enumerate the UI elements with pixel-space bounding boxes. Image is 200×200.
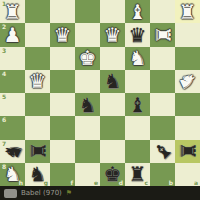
square-h7[interactable]: 7♞: [0, 140, 25, 163]
square-a7[interactable]: ♜: [175, 140, 200, 163]
square-f6[interactable]: [50, 116, 75, 139]
file-label-d: d: [119, 179, 123, 186]
square-c6[interactable]: [125, 116, 150, 139]
chess-board: 1♜♝♜2♟♛♛♛♜3♚♞4♛♞♞5♞♝67♞♜♝♜8h♞g♞fed♚c♜ba: [0, 0, 200, 186]
square-a8[interactable]: a: [175, 163, 200, 186]
square-c7[interactable]: [125, 140, 150, 163]
piece-wR-a1[interactable]: ♜: [179, 2, 197, 22]
square-h5[interactable]: 5: [0, 93, 25, 116]
piece-wQ-d2[interactable]: ♛: [104, 25, 122, 45]
square-d6[interactable]: [100, 116, 125, 139]
square-c2[interactable]: ♛: [125, 23, 150, 46]
square-b8[interactable]: b: [150, 163, 175, 186]
rank-label-2: 2: [2, 23, 6, 30]
square-b2[interactable]: ♜: [150, 23, 175, 46]
piece-wQ-f2[interactable]: ♛: [54, 25, 72, 45]
square-b5[interactable]: [150, 93, 175, 116]
square-e1[interactable]: [75, 0, 100, 23]
file-label-b: b: [169, 179, 173, 186]
piece-wN-c3[interactable]: ♞: [129, 48, 147, 68]
square-e5[interactable]: ♞: [75, 93, 100, 116]
square-e3[interactable]: ♚: [75, 47, 100, 70]
square-b6[interactable]: [150, 116, 175, 139]
square-f7[interactable]: [50, 140, 75, 163]
square-h8[interactable]: 8h♞: [0, 163, 25, 186]
square-h3[interactable]: 3: [0, 47, 25, 70]
piece-bN-h7[interactable]: ♞: [0, 139, 25, 164]
piece-bR-a7[interactable]: ♜: [178, 142, 198, 160]
square-a1[interactable]: ♜: [175, 0, 200, 23]
square-b1[interactable]: [150, 0, 175, 23]
file-label-h: h: [19, 179, 23, 186]
square-g2[interactable]: [25, 23, 50, 46]
square-f8[interactable]: f: [50, 163, 75, 186]
rank-label-1: 1: [2, 0, 6, 7]
file-label-e: e: [94, 179, 98, 186]
piece-wQ-g4[interactable]: ♛: [29, 71, 47, 91]
piece-bB-c5[interactable]: ♝: [129, 95, 147, 115]
piece-bN-e5[interactable]: ♞: [79, 95, 97, 115]
square-f3[interactable]: [50, 47, 75, 70]
file-label-c: c: [144, 179, 148, 186]
square-h4[interactable]: 4: [0, 70, 25, 93]
file-label-g: g: [44, 179, 48, 186]
square-h1[interactable]: 1♜: [0, 0, 25, 23]
square-c4[interactable]: [125, 70, 150, 93]
piece-wB-c1[interactable]: ♝: [129, 2, 147, 22]
square-c3[interactable]: ♞: [125, 47, 150, 70]
square-e2[interactable]: [75, 23, 100, 46]
file-label-a: a: [194, 179, 198, 186]
square-b7[interactable]: ♝: [150, 140, 175, 163]
square-d3[interactable]: [100, 47, 125, 70]
square-a4[interactable]: ♞: [175, 70, 200, 93]
piece-bN-d4[interactable]: ♞: [104, 71, 122, 91]
square-g3[interactable]: [25, 47, 50, 70]
piece-wN-a4[interactable]: ♞: [175, 69, 200, 94]
square-g8[interactable]: g♞: [25, 163, 50, 186]
piece-wR-h1[interactable]: ♜: [4, 2, 22, 22]
square-a3[interactable]: [175, 47, 200, 70]
piece-bB-b7[interactable]: ♝: [149, 138, 176, 165]
square-e4[interactable]: [75, 70, 100, 93]
chess-app: 1♜♝♜2♟♛♛♛♜3♚♞4♛♞♞5♞♝67♞♜♝♜8h♞g♞fed♚c♜ba …: [0, 0, 200, 200]
square-b4[interactable]: [150, 70, 175, 93]
square-g6[interactable]: [25, 116, 50, 139]
player-bar: Babel (970) ⚑: [0, 186, 200, 200]
square-d8[interactable]: d♚: [100, 163, 125, 186]
square-c8[interactable]: c♜: [125, 163, 150, 186]
piece-wR-b2[interactable]: ♜: [153, 26, 173, 44]
rank-label-8: 8: [2, 163, 6, 170]
square-d7[interactable]: [100, 140, 125, 163]
avatar: [4, 189, 17, 198]
square-d2[interactable]: ♛: [100, 23, 125, 46]
square-g1[interactable]: [25, 0, 50, 23]
square-a2[interactable]: [175, 23, 200, 46]
file-label-f: f: [70, 179, 73, 186]
square-a5[interactable]: [175, 93, 200, 116]
square-b3[interactable]: [150, 47, 175, 70]
flag-icon: ⚑: [66, 186, 72, 200]
square-e8[interactable]: e: [75, 163, 100, 186]
rank-label-6: 6: [2, 116, 6, 123]
square-a6[interactable]: [175, 116, 200, 139]
player-name: Babel (970): [21, 186, 62, 200]
square-d5[interactable]: [100, 93, 125, 116]
square-h2[interactable]: 2♟: [0, 23, 25, 46]
square-f2[interactable]: ♛: [50, 23, 75, 46]
square-d1[interactable]: [100, 0, 125, 23]
piece-bQ-c2[interactable]: ♛: [129, 25, 147, 45]
piece-bR-g7[interactable]: ♜: [28, 142, 48, 160]
square-f5[interactable]: [50, 93, 75, 116]
square-c5[interactable]: ♝: [125, 93, 150, 116]
rank-label-3: 3: [2, 47, 6, 54]
piece-wK-e3[interactable]: ♚: [79, 48, 97, 68]
square-f1[interactable]: [50, 0, 75, 23]
square-e6[interactable]: [75, 116, 100, 139]
square-d4[interactable]: ♞: [100, 70, 125, 93]
square-f4[interactable]: [50, 70, 75, 93]
square-g5[interactable]: [25, 93, 50, 116]
piece-wP-h2[interactable]: ♟: [4, 25, 22, 45]
square-h6[interactable]: 6: [0, 116, 25, 139]
square-c1[interactable]: ♝: [125, 0, 150, 23]
rank-label-5: 5: [2, 93, 6, 100]
square-e7[interactable]: [75, 140, 100, 163]
square-g4[interactable]: ♛: [25, 70, 50, 93]
square-g7[interactable]: ♜: [25, 140, 50, 163]
rank-label-4: 4: [2, 70, 6, 77]
